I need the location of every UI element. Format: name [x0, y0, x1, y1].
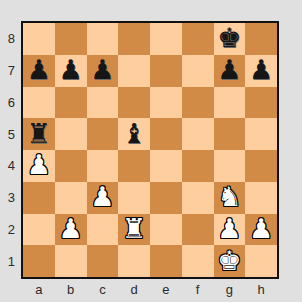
square-c4[interactable]	[87, 150, 119, 182]
square-c3[interactable]: ♟	[87, 182, 119, 214]
square-g8[interactable]: ♚	[214, 23, 246, 55]
piece-white-pawn[interactable]: ♟	[59, 215, 83, 242]
square-e5[interactable]	[150, 118, 182, 150]
square-h4[interactable]	[245, 150, 277, 182]
square-h5[interactable]	[245, 118, 277, 150]
chess-board: ♚♟♟♟♟♟♜♝♟♟♞♟♜♟♟♚	[21, 21, 279, 279]
square-d3[interactable]	[118, 182, 150, 214]
square-f8[interactable]	[182, 23, 214, 55]
square-c8[interactable]	[87, 23, 119, 55]
piece-white-pawn[interactable]: ♟	[27, 151, 51, 178]
square-a2[interactable]	[23, 214, 55, 246]
square-e7[interactable]	[150, 55, 182, 87]
rank-label-2: 2	[0, 214, 15, 246]
file-label-h: h	[245, 279, 277, 299]
square-d1[interactable]	[118, 245, 150, 277]
piece-white-rook[interactable]: ♜	[122, 215, 146, 242]
square-c5[interactable]	[87, 118, 119, 150]
file-label-c: c	[87, 279, 119, 299]
piece-black-pawn[interactable]: ♟	[249, 56, 273, 83]
square-f1[interactable]	[182, 245, 214, 277]
file-label-f: f	[182, 279, 214, 299]
rank-label-4: 4	[0, 150, 15, 182]
rank-label-1: 1	[0, 245, 15, 277]
piece-black-bishop[interactable]: ♝	[122, 120, 146, 147]
square-f4[interactable]	[182, 150, 214, 182]
square-d2[interactable]: ♜	[118, 214, 150, 246]
square-e1[interactable]	[150, 245, 182, 277]
square-c2[interactable]	[87, 214, 119, 246]
square-c7[interactable]: ♟	[87, 55, 119, 87]
square-b3[interactable]	[55, 182, 87, 214]
chess-diagram: 87654321 abcdefgh ♚♟♟♟♟♟♜♝♟♟♞♟♜♟♟♚	[0, 0, 302, 302]
square-c6[interactable]	[87, 87, 119, 119]
square-g5[interactable]	[214, 118, 246, 150]
square-a8[interactable]	[23, 23, 55, 55]
square-d4[interactable]	[118, 150, 150, 182]
board-grid: ♚♟♟♟♟♟♜♝♟♟♞♟♜♟♟♚	[23, 23, 277, 277]
piece-white-knight[interactable]: ♞	[217, 183, 241, 210]
rank-labels: 87654321	[0, 23, 16, 277]
square-f2[interactable]	[182, 214, 214, 246]
square-f3[interactable]	[182, 182, 214, 214]
square-f7[interactable]	[182, 55, 214, 87]
piece-black-pawn[interactable]: ♟	[217, 56, 241, 83]
piece-black-rook[interactable]: ♜	[27, 120, 51, 147]
square-d5[interactable]: ♝	[118, 118, 150, 150]
rank-label-7: 7	[0, 55, 15, 87]
file-label-g: g	[214, 279, 246, 299]
square-a3[interactable]	[23, 182, 55, 214]
square-c1[interactable]	[87, 245, 119, 277]
square-g3[interactable]: ♞	[214, 182, 246, 214]
square-b6[interactable]	[55, 87, 87, 119]
square-g7[interactable]: ♟	[214, 55, 246, 87]
square-b1[interactable]	[55, 245, 87, 277]
piece-black-pawn[interactable]: ♟	[27, 56, 51, 83]
piece-white-pawn[interactable]: ♟	[249, 215, 273, 242]
square-a6[interactable]	[23, 87, 55, 119]
file-label-e: e	[150, 279, 182, 299]
square-e4[interactable]	[150, 150, 182, 182]
square-d8[interactable]	[118, 23, 150, 55]
piece-black-pawn[interactable]: ♟	[90, 56, 114, 83]
piece-white-pawn[interactable]: ♟	[217, 215, 241, 242]
square-b7[interactable]: ♟	[55, 55, 87, 87]
square-h2[interactable]: ♟	[245, 214, 277, 246]
square-a5[interactable]: ♜	[23, 118, 55, 150]
square-b5[interactable]	[55, 118, 87, 150]
rank-label-6: 6	[0, 87, 15, 119]
square-e2[interactable]	[150, 214, 182, 246]
file-labels: abcdefgh	[23, 279, 277, 299]
square-e6[interactable]	[150, 87, 182, 119]
square-b2[interactable]: ♟	[55, 214, 87, 246]
square-f5[interactable]	[182, 118, 214, 150]
square-a1[interactable]	[23, 245, 55, 277]
square-e8[interactable]	[150, 23, 182, 55]
square-a7[interactable]: ♟	[23, 55, 55, 87]
rank-label-5: 5	[0, 118, 15, 150]
square-h3[interactable]	[245, 182, 277, 214]
square-g1[interactable]: ♚	[214, 245, 246, 277]
piece-black-pawn[interactable]: ♟	[59, 56, 83, 83]
rank-label-8: 8	[0, 23, 15, 55]
piece-white-pawn[interactable]: ♟	[90, 183, 114, 210]
piece-black-king[interactable]: ♚	[217, 24, 241, 51]
piece-white-king[interactable]: ♚	[217, 247, 241, 274]
square-g6[interactable]	[214, 87, 246, 119]
square-g4[interactable]	[214, 150, 246, 182]
square-f6[interactable]	[182, 87, 214, 119]
square-h6[interactable]	[245, 87, 277, 119]
square-h7[interactable]: ♟	[245, 55, 277, 87]
square-d7[interactable]	[118, 55, 150, 87]
square-b8[interactable]	[55, 23, 87, 55]
file-label-a: a	[23, 279, 55, 299]
square-g2[interactable]: ♟	[214, 214, 246, 246]
square-d6[interactable]	[118, 87, 150, 119]
square-a4[interactable]: ♟	[23, 150, 55, 182]
file-label-d: d	[118, 279, 150, 299]
square-h8[interactable]	[245, 23, 277, 55]
square-h1[interactable]	[245, 245, 277, 277]
file-label-b: b	[55, 279, 87, 299]
square-b4[interactable]	[55, 150, 87, 182]
rank-label-3: 3	[0, 182, 15, 214]
square-e3[interactable]	[150, 182, 182, 214]
